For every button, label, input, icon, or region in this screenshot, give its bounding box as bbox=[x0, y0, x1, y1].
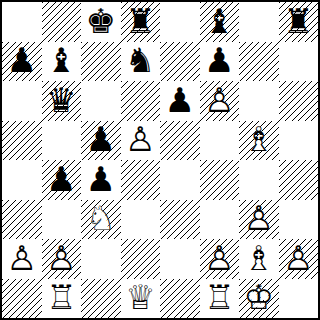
square-d4[interactable] bbox=[121, 160, 161, 200]
square-g5[interactable]: ♝♗ bbox=[239, 121, 279, 161]
piece-outline-layer: ♘ bbox=[86, 201, 116, 235]
square-c3[interactable]: ♞♘ bbox=[81, 200, 121, 240]
square-b1[interactable]: ♜♖ bbox=[42, 279, 82, 319]
piece-outline-layer: ♙ bbox=[7, 241, 37, 275]
square-b5[interactable] bbox=[42, 121, 82, 161]
piece-black-pawn[interactable]: ♟ bbox=[42, 160, 82, 200]
square-d3[interactable] bbox=[121, 200, 161, 240]
square-f4[interactable] bbox=[200, 160, 240, 200]
piece-black-pawn[interactable]: ♟ bbox=[160, 81, 200, 121]
square-f7[interactable]: ♟ bbox=[200, 42, 240, 82]
piece-black-pawn[interactable]: ♟ bbox=[81, 160, 121, 200]
square-a7[interactable]: ♟ bbox=[2, 42, 42, 82]
square-b7[interactable]: ♝ bbox=[42, 42, 82, 82]
square-d5[interactable]: ♟♙ bbox=[121, 121, 161, 161]
piece-white-knight[interactable]: ♞♘ bbox=[81, 200, 121, 240]
square-c4[interactable]: ♟ bbox=[81, 160, 121, 200]
square-h1[interactable] bbox=[279, 279, 319, 319]
piece-glyph: ♟ bbox=[86, 162, 116, 196]
piece-glyph: ♟ bbox=[165, 83, 195, 117]
piece-outline-layer: ♗ bbox=[244, 241, 274, 275]
piece-black-knight[interactable]: ♞ bbox=[121, 42, 161, 82]
piece-outline-layer: ♕ bbox=[125, 280, 155, 314]
square-e4[interactable] bbox=[160, 160, 200, 200]
piece-black-pawn[interactable]: ♟ bbox=[2, 42, 42, 82]
piece-glyph: ♞ bbox=[125, 43, 155, 77]
square-g3[interactable]: ♟♙ bbox=[239, 200, 279, 240]
square-a8[interactable] bbox=[2, 2, 42, 42]
square-f2[interactable]: ♟♙ bbox=[200, 239, 240, 279]
piece-white-king[interactable]: ♚♔ bbox=[239, 279, 279, 319]
piece-black-king[interactable]: ♚ bbox=[81, 2, 121, 42]
square-h7[interactable] bbox=[279, 42, 319, 82]
piece-outline-layer: ♔ bbox=[244, 280, 274, 314]
piece-white-pawn[interactable]: ♟♙ bbox=[239, 200, 279, 240]
square-d8[interactable]: ♜ bbox=[121, 2, 161, 42]
square-e5[interactable] bbox=[160, 121, 200, 161]
square-a6[interactable] bbox=[2, 81, 42, 121]
square-b2[interactable]: ♟♙ bbox=[42, 239, 82, 279]
square-g6[interactable] bbox=[239, 81, 279, 121]
piece-glyph: ♟ bbox=[86, 122, 116, 156]
piece-outline-layer: ♙ bbox=[283, 241, 313, 275]
piece-white-bishop[interactable]: ♝♗ bbox=[239, 239, 279, 279]
square-c1[interactable] bbox=[81, 279, 121, 319]
piece-white-pawn[interactable]: ♟♙ bbox=[2, 239, 42, 279]
square-f6[interactable]: ♟♙ bbox=[200, 81, 240, 121]
piece-white-pawn[interactable]: ♟♙ bbox=[121, 121, 161, 161]
square-e3[interactable] bbox=[160, 200, 200, 240]
square-b6[interactable]: ♛ bbox=[42, 81, 82, 121]
square-a5[interactable] bbox=[2, 121, 42, 161]
piece-glyph: ♝ bbox=[46, 43, 76, 77]
piece-outline-layer: ♙ bbox=[204, 241, 234, 275]
square-g4[interactable] bbox=[239, 160, 279, 200]
piece-black-bishop[interactable]: ♝ bbox=[42, 42, 82, 82]
piece-white-pawn[interactable]: ♟♙ bbox=[279, 239, 319, 279]
square-g7[interactable] bbox=[239, 42, 279, 82]
square-f3[interactable] bbox=[200, 200, 240, 240]
chess-board: ♚♜♝♜♟♝♞♟♛♟♟♙♟♟♙♝♗♟♟♞♘♟♙♟♙♟♙♟♙♝♗♟♙♜♖♛♕♜♖♚… bbox=[0, 0, 320, 320]
square-h4[interactable] bbox=[279, 160, 319, 200]
square-e7[interactable] bbox=[160, 42, 200, 82]
square-c2[interactable] bbox=[81, 239, 121, 279]
piece-white-pawn[interactable]: ♟♙ bbox=[200, 239, 240, 279]
piece-outline-layer: ♖ bbox=[204, 280, 234, 314]
piece-white-pawn[interactable]: ♟♙ bbox=[200, 81, 240, 121]
square-c5[interactable]: ♟ bbox=[81, 121, 121, 161]
piece-black-bishop[interactable]: ♝ bbox=[200, 2, 240, 42]
piece-glyph: ♟ bbox=[204, 43, 234, 77]
piece-outline-layer: ♙ bbox=[244, 201, 274, 235]
piece-glyph: ♛ bbox=[46, 83, 76, 117]
square-d2[interactable] bbox=[121, 239, 161, 279]
square-h3[interactable] bbox=[279, 200, 319, 240]
piece-glyph: ♟ bbox=[7, 43, 37, 77]
piece-outline-layer: ♗ bbox=[244, 122, 274, 156]
square-h2[interactable]: ♟♙ bbox=[279, 239, 319, 279]
square-e2[interactable] bbox=[160, 239, 200, 279]
square-a1[interactable] bbox=[2, 279, 42, 319]
square-b4[interactable]: ♟ bbox=[42, 160, 82, 200]
piece-black-pawn[interactable]: ♟ bbox=[200, 42, 240, 82]
piece-black-rook[interactable]: ♜ bbox=[121, 2, 161, 42]
piece-glyph: ♜ bbox=[125, 4, 155, 38]
square-h6[interactable] bbox=[279, 81, 319, 121]
piece-outline-layer: ♖ bbox=[46, 280, 76, 314]
square-g2[interactable]: ♝♗ bbox=[239, 239, 279, 279]
square-f1[interactable]: ♜♖ bbox=[200, 279, 240, 319]
piece-white-bishop[interactable]: ♝♗ bbox=[239, 121, 279, 161]
square-e8[interactable] bbox=[160, 2, 200, 42]
piece-white-rook[interactable]: ♜♖ bbox=[200, 279, 240, 319]
square-a4[interactable] bbox=[2, 160, 42, 200]
square-c7[interactable] bbox=[81, 42, 121, 82]
square-b3[interactable] bbox=[42, 200, 82, 240]
piece-glyph: ♟ bbox=[46, 162, 76, 196]
square-g8[interactable] bbox=[239, 2, 279, 42]
square-h8[interactable]: ♜ bbox=[279, 2, 319, 42]
square-a2[interactable]: ♟♙ bbox=[2, 239, 42, 279]
square-g1[interactable]: ♚♔ bbox=[239, 279, 279, 319]
piece-glyph: ♜ bbox=[283, 4, 313, 38]
piece-glyph: ♚ bbox=[86, 4, 116, 38]
piece-white-pawn[interactable]: ♟♙ bbox=[42, 239, 82, 279]
piece-outline-layer: ♙ bbox=[204, 83, 234, 117]
square-f5[interactable] bbox=[200, 121, 240, 161]
square-a3[interactable] bbox=[2, 200, 42, 240]
piece-black-rook[interactable]: ♜ bbox=[279, 2, 319, 42]
square-d7[interactable]: ♞ bbox=[121, 42, 161, 82]
square-c6[interactable] bbox=[81, 81, 121, 121]
square-c8[interactable]: ♚ bbox=[81, 2, 121, 42]
square-d6[interactable] bbox=[121, 81, 161, 121]
square-d1[interactable]: ♛♕ bbox=[121, 279, 161, 319]
piece-outline-layer: ♙ bbox=[125, 122, 155, 156]
piece-black-pawn[interactable]: ♟ bbox=[81, 121, 121, 161]
square-e1[interactable] bbox=[160, 279, 200, 319]
piece-white-rook[interactable]: ♜♖ bbox=[42, 279, 82, 319]
square-h5[interactable] bbox=[279, 121, 319, 161]
piece-white-queen[interactable]: ♛♕ bbox=[121, 279, 161, 319]
piece-glyph: ♝ bbox=[204, 4, 234, 38]
square-b8[interactable] bbox=[42, 2, 82, 42]
piece-black-queen[interactable]: ♛ bbox=[42, 81, 82, 121]
piece-outline-layer: ♙ bbox=[46, 241, 76, 275]
square-e6[interactable]: ♟ bbox=[160, 81, 200, 121]
square-f8[interactable]: ♝ bbox=[200, 2, 240, 42]
